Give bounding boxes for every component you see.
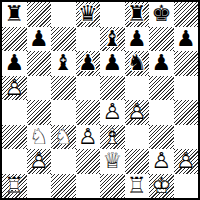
square-d5[interactable] [76,76,101,101]
chess-board: ♜♜♛♛♜♜♚♚♟♟♝♝♟♟♟♟♟♟♝♝♟♟♟♟♞♞♟♟♟♙♟♙♟♙♞♘♞♘♟♙… [0,0,200,200]
square-a6[interactable]: ♟♟ [2,51,27,76]
square-h5[interactable] [174,76,199,101]
square-c2[interactable] [51,149,76,174]
piece-black-pawn[interactable]: ♟♟ [27,27,52,52]
square-f5[interactable] [125,76,150,101]
piece-white-pawn[interactable]: ♟♙ [100,100,125,125]
square-g2[interactable]: ♟♙ [149,149,174,174]
square-g3[interactable] [149,125,174,150]
piece-black-queen[interactable]: ♛♛ [76,2,101,27]
white-pawn-glyph: ♙ [2,76,27,101]
black-queen-glyph: ♛ [76,2,101,27]
piece-black-rook[interactable]: ♜♜ [2,2,27,27]
piece-white-pawn[interactable]: ♟♙ [27,149,52,174]
square-e6[interactable]: ♟♟ [100,51,125,76]
white-pawn-glyph: ♙ [100,100,125,125]
square-b4[interactable] [27,100,52,125]
black-pawn-glyph: ♟ [76,51,101,76]
white-pawn-glyph: ♙ [125,100,150,125]
square-c8[interactable] [51,2,76,27]
square-h3[interactable] [174,125,199,150]
white-bishop-glyph: ♗ [100,125,125,150]
white-pawn-glyph: ♙ [76,125,101,150]
white-pawn-glyph: ♙ [149,149,174,174]
black-pawn-glyph: ♟ [27,27,52,52]
piece-white-pawn[interactable]: ♟♙ [125,100,150,125]
piece-white-queen[interactable]: ♛♕ [100,149,125,174]
black-pawn-glyph: ♟ [100,51,125,76]
square-f6[interactable]: ♞♞ [125,51,150,76]
square-f4[interactable]: ♟♙ [125,100,150,125]
piece-white-pawn[interactable]: ♟♙ [174,149,199,174]
black-pawn-glyph: ♟ [125,27,150,52]
piece-black-bishop[interactable]: ♝♝ [100,27,125,52]
piece-white-rook[interactable]: ♜♖ [2,174,27,199]
piece-white-pawn[interactable]: ♟♙ [76,125,101,150]
square-d2[interactable] [76,149,101,174]
square-a7[interactable] [2,27,27,52]
square-d3[interactable]: ♟♙ [76,125,101,150]
square-h2[interactable]: ♟♙ [174,149,199,174]
piece-black-pawn[interactable]: ♟♟ [76,51,101,76]
square-b5[interactable] [27,76,52,101]
square-a8[interactable]: ♜♜ [2,2,27,27]
square-e5[interactable] [100,76,125,101]
square-a1[interactable]: ♜♖ [2,174,27,199]
piece-black-bishop[interactable]: ♝♝ [51,51,76,76]
black-knight-glyph: ♞ [125,51,150,76]
white-rook-glyph: ♖ [2,174,27,199]
piece-white-knight[interactable]: ♞♘ [51,125,76,150]
square-g5[interactable] [149,76,174,101]
piece-white-pawn[interactable]: ♟♙ [2,76,27,101]
piece-white-rook[interactable]: ♜♖ [125,174,150,199]
square-g6[interactable]: ♟♟ [149,51,174,76]
black-king-glyph: ♚ [149,2,174,27]
square-g4[interactable] [149,100,174,125]
black-bishop-glyph: ♝ [51,51,76,76]
piece-black-knight[interactable]: ♞♞ [125,51,150,76]
square-h7[interactable]: ♟♟ [174,27,199,52]
piece-white-bishop[interactable]: ♝♗ [100,125,125,150]
square-e7[interactable]: ♝♝ [100,27,125,52]
piece-white-pawn[interactable]: ♟♙ [149,149,174,174]
piece-black-pawn[interactable]: ♟♟ [100,51,125,76]
piece-white-knight[interactable]: ♞♘ [27,125,52,150]
black-pawn-glyph: ♟ [149,51,174,76]
square-f7[interactable]: ♟♟ [125,27,150,52]
square-f8[interactable]: ♜♜ [125,2,150,27]
piece-black-pawn[interactable]: ♟♟ [2,51,27,76]
square-d8[interactable]: ♛♛ [76,2,101,27]
square-b6[interactable] [27,51,52,76]
square-a5[interactable]: ♟♙ [2,76,27,101]
square-c5[interactable] [51,76,76,101]
square-c7[interactable] [51,27,76,52]
white-knight-glyph: ♘ [27,125,52,150]
square-h1[interactable] [174,174,199,199]
square-d6[interactable]: ♟♟ [76,51,101,76]
square-d4[interactable] [76,100,101,125]
black-rook-glyph: ♜ [125,2,150,27]
square-f3[interactable] [125,125,150,150]
square-a3[interactable] [2,125,27,150]
piece-white-king[interactable]: ♚♔ [149,174,174,199]
square-h4[interactable] [174,100,199,125]
square-c1[interactable] [51,174,76,199]
square-e1[interactable] [100,174,125,199]
square-f1[interactable]: ♜♖ [125,174,150,199]
white-rook-glyph: ♖ [125,174,150,199]
piece-black-rook[interactable]: ♜♜ [125,2,150,27]
white-pawn-glyph: ♙ [174,149,199,174]
square-e2[interactable]: ♛♕ [100,149,125,174]
square-b1[interactable] [27,174,52,199]
square-d1[interactable] [76,174,101,199]
black-pawn-glyph: ♟ [2,51,27,76]
square-h8[interactable] [174,2,199,27]
white-knight-glyph: ♘ [51,125,76,150]
white-king-glyph: ♔ [149,174,174,199]
piece-black-pawn[interactable]: ♟♟ [149,51,174,76]
white-queen-glyph: ♕ [100,149,125,174]
square-g1[interactable]: ♚♔ [149,174,174,199]
square-a2[interactable] [2,149,27,174]
square-a4[interactable] [2,100,27,125]
piece-black-pawn[interactable]: ♟♟ [174,27,199,52]
black-bishop-glyph: ♝ [100,27,125,52]
square-g8[interactable]: ♚♚ [149,2,174,27]
square-c6[interactable]: ♝♝ [51,51,76,76]
white-pawn-glyph: ♙ [27,149,52,174]
square-b3[interactable]: ♞♘ [27,125,52,150]
square-h6[interactable] [174,51,199,76]
square-e4[interactable]: ♟♙ [100,100,125,125]
black-rook-glyph: ♜ [2,2,27,27]
square-c4[interactable] [51,100,76,125]
piece-black-pawn[interactable]: ♟♟ [125,27,150,52]
square-b2[interactable]: ♟♙ [27,149,52,174]
square-g7[interactable] [149,27,174,52]
square-e3[interactable]: ♝♗ [100,125,125,150]
square-f2[interactable] [125,149,150,174]
square-b7[interactable]: ♟♟ [27,27,52,52]
black-pawn-glyph: ♟ [174,27,199,52]
square-e8[interactable] [100,2,125,27]
piece-black-king[interactable]: ♚♚ [149,2,174,27]
square-c3[interactable]: ♞♘ [51,125,76,150]
square-b8[interactable] [27,2,52,27]
square-d7[interactable] [76,27,101,52]
